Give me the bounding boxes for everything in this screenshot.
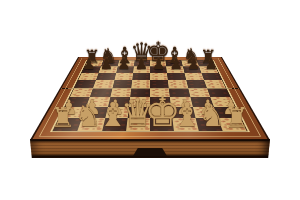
square-h1	[218, 118, 247, 131]
square-h4	[207, 88, 230, 97]
square-b4	[90, 88, 112, 97]
hinge-left	[62, 88, 68, 89]
square-b6	[96, 73, 116, 80]
square-b2	[82, 107, 107, 118]
square-c1	[102, 118, 128, 131]
square-d1	[126, 118, 150, 131]
square-d4	[130, 88, 150, 97]
chess-board	[30, 57, 270, 140]
square-c6	[114, 73, 133, 80]
square-b3	[86, 97, 110, 107]
square-d2	[127, 107, 150, 118]
square-f3	[170, 97, 192, 107]
square-f1	[173, 118, 199, 131]
square-f4	[169, 88, 190, 97]
square-e1	[150, 118, 174, 131]
square-h2	[214, 107, 241, 118]
square-b1	[78, 118, 105, 131]
square-d3	[129, 97, 150, 107]
square-c2	[105, 107, 129, 118]
square-e2	[150, 107, 173, 118]
hinge-right	[232, 88, 238, 89]
square-c3	[108, 97, 130, 107]
chess-set-photo: ♜♞♝♛♚♝♞♜♟♟♟♟♟♟♟♟♟♟♟♟♟♟♟♟♜♞♝♛♚♝♞♜	[0, 0, 300, 200]
case-front-edge	[30, 139, 270, 158]
square-e6	[150, 73, 168, 80]
square-e3	[150, 97, 171, 107]
square-e4	[150, 88, 170, 97]
fold-seam	[61, 88, 239, 89]
square-f6	[167, 73, 186, 80]
square-h3	[210, 97, 235, 107]
square-h6	[201, 73, 222, 80]
square-c4	[110, 88, 131, 97]
handle-notch	[133, 148, 167, 156]
square-d6	[132, 73, 150, 80]
board-grid	[52, 60, 248, 131]
square-f2	[171, 107, 195, 118]
